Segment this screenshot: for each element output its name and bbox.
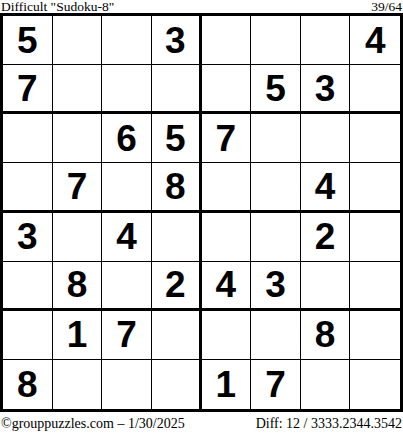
puzzle-counter: 39/64 <box>371 0 403 13</box>
sudoku-cell-r6c3[interactable] <box>102 262 152 311</box>
sudoku-cell-r5c4[interactable] <box>152 213 202 262</box>
sudoku-cell-r3c6[interactable] <box>251 114 301 163</box>
sudoku-cell-r2c5[interactable] <box>202 65 252 114</box>
sudoku-cell-r1c5[interactable] <box>202 16 252 65</box>
sudoku-cell-r5c5[interactable] <box>202 213 252 262</box>
sudoku-page: Difficult "Sudoku-8" 39/64 5347536577843… <box>0 0 403 437</box>
footer: ©grouppuzzles.com – 1/30/2025 Diff: 12 /… <box>0 416 403 436</box>
sudoku-cell-r4c6[interactable] <box>251 163 301 212</box>
sudoku-cell-r2c4[interactable] <box>152 65 202 114</box>
sudoku-cell-r4c7: 4 <box>301 163 351 212</box>
sudoku-cell-r4c2: 7 <box>53 163 103 212</box>
sudoku-cell-r7c6[interactable] <box>251 311 301 360</box>
sudoku-cell-r3c1[interactable] <box>3 114 53 163</box>
sudoku-cell-r1c3[interactable] <box>102 16 152 65</box>
sudoku-cell-r8c6: 7 <box>251 360 301 409</box>
sudoku-cell-r2c2[interactable] <box>53 65 103 114</box>
sudoku-cell-r1c1: 5 <box>3 16 53 65</box>
sudoku-cell-r5c3: 4 <box>102 213 152 262</box>
sudoku-cell-r7c7: 8 <box>301 311 351 360</box>
sudoku-cell-r5c1: 3 <box>3 213 53 262</box>
sudoku-cell-r3c8[interactable] <box>350 114 400 163</box>
sudoku-cell-r8c1: 8 <box>3 360 53 409</box>
puzzle-title: Difficult "Sudoku-8" <box>0 0 114 13</box>
sudoku-cell-r3c7[interactable] <box>301 114 351 163</box>
sudoku-cell-r2c8[interactable] <box>350 65 400 114</box>
sudoku-cell-r4c4: 8 <box>152 163 202 212</box>
sudoku-cell-r6c6: 3 <box>251 262 301 311</box>
sudoku-cell-r4c1[interactable] <box>3 163 53 212</box>
sudoku-cell-r6c7[interactable] <box>301 262 351 311</box>
sudoku-cell-r6c2: 8 <box>53 262 103 311</box>
sudoku-cell-r1c7[interactable] <box>301 16 351 65</box>
sudoku-board: 5347536577843428243178817 <box>0 13 403 412</box>
sudoku-cell-r4c5[interactable] <box>202 163 252 212</box>
sudoku-cell-r3c3: 6 <box>102 114 152 163</box>
sudoku-cell-r7c3: 7 <box>102 311 152 360</box>
sudoku-cell-r7c4[interactable] <box>152 311 202 360</box>
sudoku-cell-r6c5: 4 <box>202 262 252 311</box>
sudoku-cell-r8c7[interactable] <box>301 360 351 409</box>
sudoku-cell-r6c4: 2 <box>152 262 202 311</box>
sudoku-cell-r7c2: 1 <box>53 311 103 360</box>
sudoku-cell-r1c6[interactable] <box>251 16 301 65</box>
sudoku-cell-r3c4: 5 <box>152 114 202 163</box>
sudoku-cell-r4c8[interactable] <box>350 163 400 212</box>
sudoku-cell-r5c7: 2 <box>301 213 351 262</box>
sudoku-cell-r5c2[interactable] <box>53 213 103 262</box>
header: Difficult "Sudoku-8" 39/64 <box>0 0 403 13</box>
sudoku-cell-r6c1[interactable] <box>3 262 53 311</box>
sudoku-cell-r3c5: 7 <box>202 114 252 163</box>
sudoku-cell-r2c7: 3 <box>301 65 351 114</box>
sudoku-cell-r3c2[interactable] <box>53 114 103 163</box>
sudoku-cell-r8c4[interactable] <box>152 360 202 409</box>
sudoku-cell-r5c8[interactable] <box>350 213 400 262</box>
sudoku-cell-r8c5: 1 <box>202 360 252 409</box>
copyright-text: ©grouppuzzles.com – 1/30/2025 <box>0 416 185 432</box>
sudoku-cell-r7c8[interactable] <box>350 311 400 360</box>
sudoku-cell-r7c5[interactable] <box>202 311 252 360</box>
sudoku-cell-r8c3[interactable] <box>102 360 152 409</box>
sudoku-cell-r2c6: 5 <box>251 65 301 114</box>
sudoku-cell-r1c8: 4 <box>350 16 400 65</box>
sudoku-cell-r2c3[interactable] <box>102 65 152 114</box>
difficulty-text: Diff: 12 / 3333.2344.3542 <box>256 416 403 432</box>
sudoku-cell-r2c1: 7 <box>3 65 53 114</box>
sudoku-cell-r5c6[interactable] <box>251 213 301 262</box>
sudoku-cell-r4c3[interactable] <box>102 163 152 212</box>
sudoku-cell-r8c2[interactable] <box>53 360 103 409</box>
sudoku-cell-r1c4: 3 <box>152 16 202 65</box>
sudoku-cell-r8c8[interactable] <box>350 360 400 409</box>
sudoku-cell-r1c2[interactable] <box>53 16 103 65</box>
sudoku-cell-r7c1[interactable] <box>3 311 53 360</box>
sudoku-cell-r6c8[interactable] <box>350 262 400 311</box>
